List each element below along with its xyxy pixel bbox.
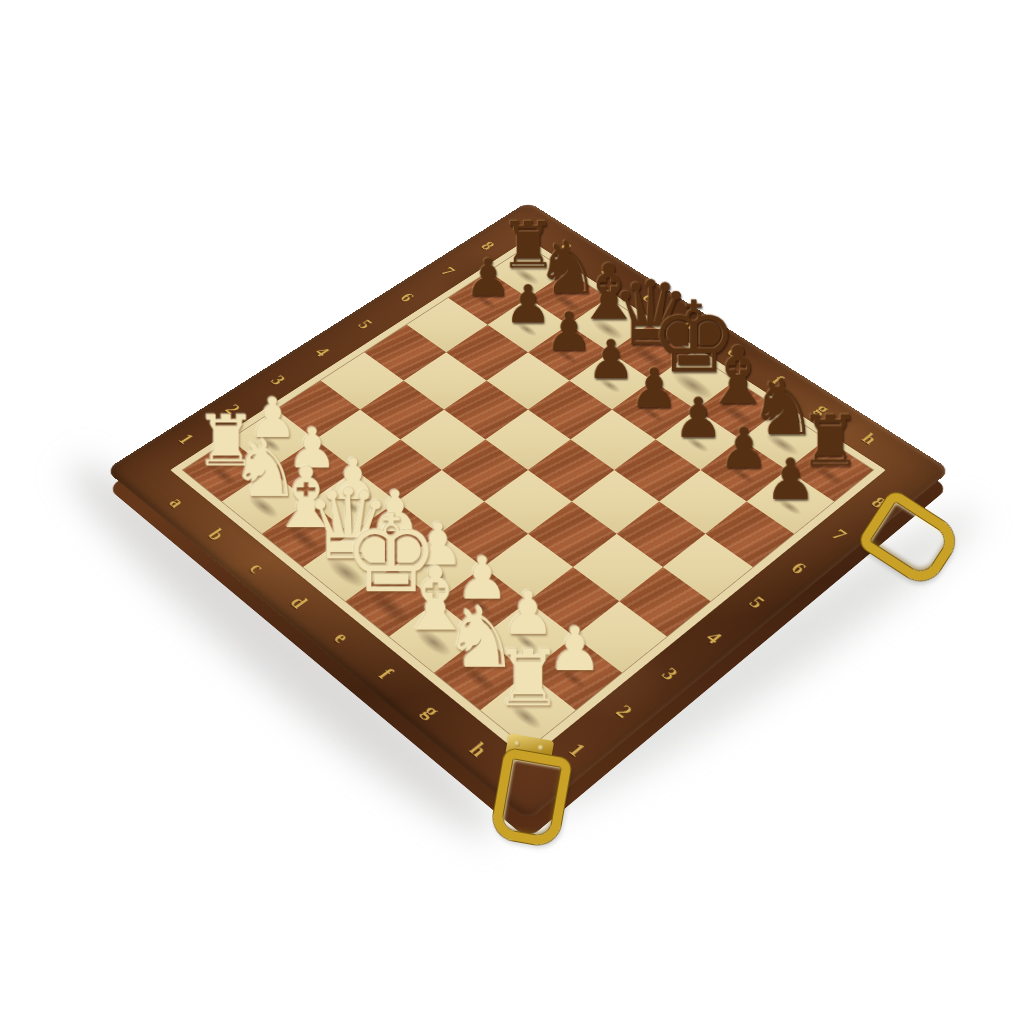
- piece-glyph: ♜: [493, 639, 562, 716]
- latch-ring: [490, 748, 573, 848]
- piece-glyph: ♟: [719, 420, 769, 476]
- piece-glyph: ♟: [545, 305, 593, 358]
- piece-glyph: ♟: [630, 361, 679, 416]
- product-photo: aabbccddeeffgghh1122334455667788 ♜♞♝♛♚♝♞…: [0, 0, 1024, 1024]
- piece-glyph: ♟: [673, 390, 723, 445]
- brass-latch-front: [490, 748, 573, 848]
- piece-glyph: ♟: [587, 333, 635, 387]
- chessboard: aabbccddeeffgghh1122334455667788 ♜♞♝♛♚♝♞…: [105, 202, 951, 821]
- piece-glyph: ♟: [765, 451, 816, 508]
